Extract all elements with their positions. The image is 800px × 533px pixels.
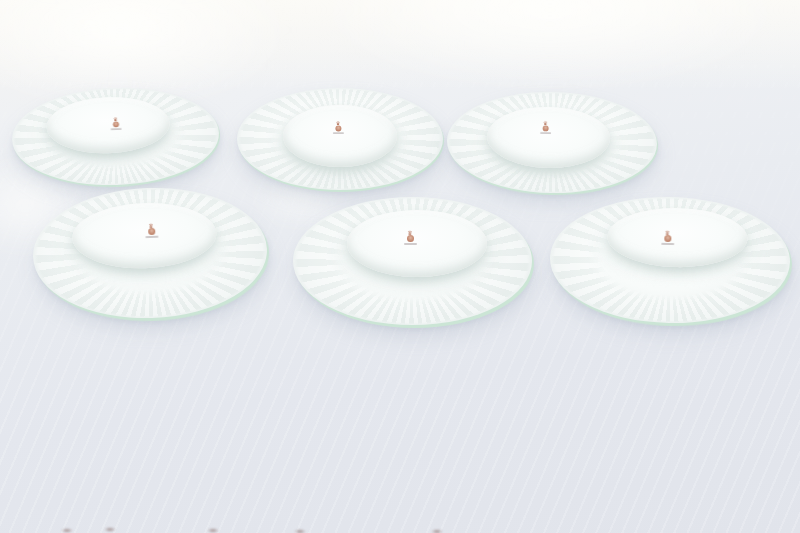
maker-backstamp: ♛ <box>398 231 422 245</box>
backstamp-crest-icon <box>542 125 548 131</box>
backstamp-crest-icon <box>407 235 414 242</box>
backstamp-script-line <box>332 132 343 134</box>
maker-backstamp: ♛ <box>655 231 679 245</box>
backstamp-script-line <box>540 132 551 134</box>
bottom-edge-smudge <box>61 528 73 533</box>
plate-top-left: ♛ <box>10 84 220 188</box>
maker-backstamp: ♛ <box>139 224 163 239</box>
photo-scene: ♛♛♛♛♛♛ <box>0 0 800 533</box>
bottom-edge-smudge <box>207 528 219 533</box>
maker-backstamp: ♛ <box>105 118 126 131</box>
plate-top-right: ♛ <box>446 90 658 195</box>
plate-bottom-right: ♛ <box>549 195 791 325</box>
plate-bottom-center: ♛ <box>293 197 532 325</box>
backstamp-script-line <box>661 243 674 245</box>
plate-foot-base <box>283 105 397 167</box>
plate-bottom-left: ♛ <box>31 184 269 322</box>
plate-top-center: ♛ <box>237 88 443 190</box>
backstamp-script-line <box>404 243 417 245</box>
maker-backstamp: ♛ <box>535 122 556 134</box>
bottom-edge-smudge <box>431 529 443 533</box>
maker-backstamp: ♛ <box>328 122 348 134</box>
backstamp-crest-icon <box>113 121 119 127</box>
bottom-edge-smudge <box>294 529 306 533</box>
backstamp-crest-icon <box>664 235 671 242</box>
bottom-edge-smudge <box>104 527 116 532</box>
backstamp-crest-icon <box>335 125 341 131</box>
backstamp-crest-icon <box>148 228 155 235</box>
